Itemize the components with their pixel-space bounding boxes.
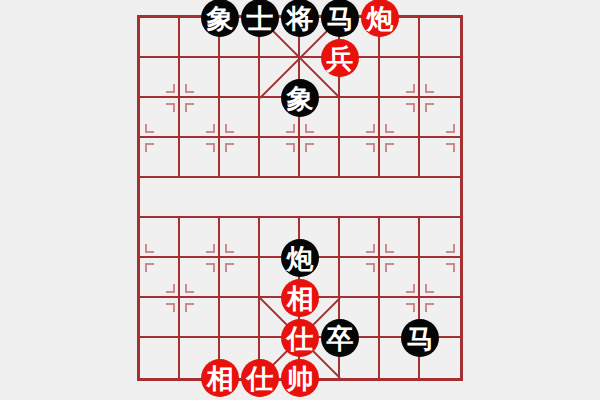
point-mark <box>406 284 434 312</box>
board-cell <box>140 338 180 378</box>
point-mark <box>126 124 154 152</box>
board-cell <box>420 18 460 58</box>
red-advisor[interactable]: 仕 <box>281 319 319 357</box>
xiangqi-app: 象士将马炮兵象炮相仕卒马相仕帅 <box>0 0 600 400</box>
point-mark <box>206 124 234 152</box>
board-cell <box>220 298 260 338</box>
point-mark <box>406 84 434 112</box>
black-horse[interactable]: 马 <box>401 319 439 357</box>
black-general[interactable]: 将 <box>281 0 319 37</box>
board-cell <box>140 178 180 218</box>
board-cell <box>340 178 380 218</box>
board-cell <box>140 18 180 58</box>
point-mark <box>126 244 154 272</box>
black-horse[interactable]: 马 <box>321 0 359 37</box>
red-elephant[interactable]: 相 <box>281 279 319 317</box>
point-mark <box>446 244 474 272</box>
point-mark <box>286 124 314 152</box>
point-mark <box>446 124 474 152</box>
red-soldier[interactable]: 兵 <box>321 39 359 77</box>
point-mark <box>166 284 194 312</box>
board-cell <box>300 178 340 218</box>
point-mark <box>206 244 234 272</box>
red-advisor[interactable]: 仕 <box>241 359 279 397</box>
black-advisor[interactable]: 士 <box>241 0 279 37</box>
black-elephant[interactable]: 象 <box>281 79 319 117</box>
red-elephant[interactable]: 相 <box>201 359 239 397</box>
point-mark <box>366 244 394 272</box>
board-cell <box>180 178 220 218</box>
board-cell <box>220 178 260 218</box>
board-cell <box>380 178 420 218</box>
point-mark <box>166 84 194 112</box>
black-soldier[interactable]: 卒 <box>321 319 359 357</box>
black-cannon[interactable]: 炮 <box>281 239 319 277</box>
point-mark <box>366 124 394 152</box>
black-elephant[interactable]: 象 <box>201 0 239 37</box>
board-cell <box>260 178 300 218</box>
red-king[interactable]: 帅 <box>281 359 319 397</box>
red-cannon[interactable]: 炮 <box>361 0 399 37</box>
board-cell <box>220 58 260 98</box>
board-cell <box>420 178 460 218</box>
